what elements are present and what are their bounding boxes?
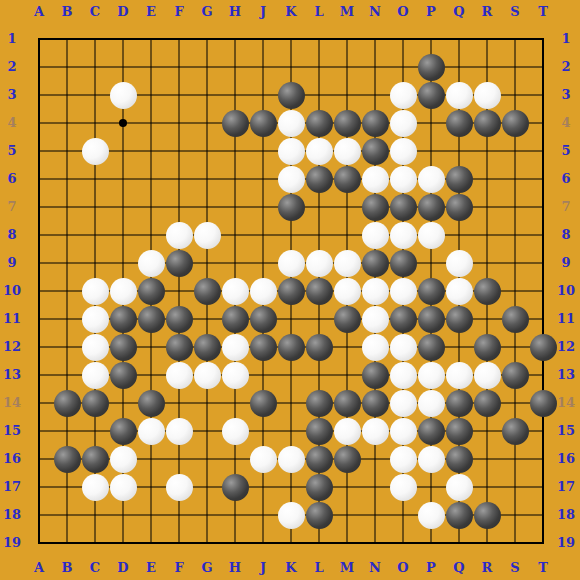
intersection-R13[interactable]: [473, 361, 501, 389]
intersection-B14[interactable]: [53, 389, 81, 417]
intersection-S5[interactable]: [501, 137, 529, 165]
intersection-Q16[interactable]: [445, 445, 473, 473]
intersection-D14[interactable]: [109, 389, 137, 417]
intersection-H15[interactable]: [221, 417, 249, 445]
intersection-P5[interactable]: [417, 137, 445, 165]
intersection-A18[interactable]: [25, 501, 53, 529]
intersection-L8[interactable]: [305, 221, 333, 249]
intersection-M5[interactable]: [333, 137, 361, 165]
intersection-B10[interactable]: [53, 277, 81, 305]
intersection-Q15[interactable]: [445, 417, 473, 445]
intersection-C11[interactable]: [81, 305, 109, 333]
intersection-S19[interactable]: [501, 529, 529, 557]
intersection-B11[interactable]: [53, 305, 81, 333]
intersection-T7[interactable]: [529, 193, 557, 221]
intersection-H7[interactable]: [221, 193, 249, 221]
intersection-B4[interactable]: [53, 109, 81, 137]
intersection-A19[interactable]: [25, 529, 53, 557]
intersection-T2[interactable]: [529, 53, 557, 81]
intersection-J10[interactable]: [249, 277, 277, 305]
intersection-K6[interactable]: [277, 165, 305, 193]
intersection-H6[interactable]: [221, 165, 249, 193]
intersection-R12[interactable]: [473, 333, 501, 361]
intersection-G15[interactable]: [193, 417, 221, 445]
intersection-Q13[interactable]: [445, 361, 473, 389]
intersection-T13[interactable]: [529, 361, 557, 389]
intersection-T4[interactable]: [529, 109, 557, 137]
intersection-J15[interactable]: [249, 417, 277, 445]
intersection-H4[interactable]: [221, 109, 249, 137]
intersection-O17[interactable]: [389, 473, 417, 501]
intersection-N9[interactable]: [361, 249, 389, 277]
intersection-A13[interactable]: [25, 361, 53, 389]
intersection-B12[interactable]: [53, 333, 81, 361]
intersection-F4[interactable]: [165, 109, 193, 137]
intersection-P16[interactable]: [417, 445, 445, 473]
intersection-K9[interactable]: [277, 249, 305, 277]
intersection-J2[interactable]: [249, 53, 277, 81]
intersection-S8[interactable]: [501, 221, 529, 249]
intersection-K7[interactable]: [277, 193, 305, 221]
intersection-S4[interactable]: [501, 109, 529, 137]
intersection-Q14[interactable]: [445, 389, 473, 417]
intersection-Q1[interactable]: [445, 25, 473, 53]
intersection-A9[interactable]: [25, 249, 53, 277]
intersection-G1[interactable]: [193, 25, 221, 53]
intersection-Q12[interactable]: [445, 333, 473, 361]
intersection-R8[interactable]: [473, 221, 501, 249]
intersection-F10[interactable]: [165, 277, 193, 305]
intersection-C4[interactable]: [81, 109, 109, 137]
intersection-J17[interactable]: [249, 473, 277, 501]
intersection-F9[interactable]: [165, 249, 193, 277]
intersection-O3[interactable]: [389, 81, 417, 109]
intersection-P8[interactable]: [417, 221, 445, 249]
intersection-P9[interactable]: [417, 249, 445, 277]
intersection-P2[interactable]: [417, 53, 445, 81]
intersection-F2[interactable]: [165, 53, 193, 81]
intersection-L19[interactable]: [305, 529, 333, 557]
intersection-A12[interactable]: [25, 333, 53, 361]
intersection-R2[interactable]: [473, 53, 501, 81]
intersection-G8[interactable]: [193, 221, 221, 249]
intersection-R19[interactable]: [473, 529, 501, 557]
intersection-L9[interactable]: [305, 249, 333, 277]
intersection-L5[interactable]: [305, 137, 333, 165]
intersection-K8[interactable]: [277, 221, 305, 249]
intersection-M6[interactable]: [333, 165, 361, 193]
intersection-J12[interactable]: [249, 333, 277, 361]
intersection-C13[interactable]: [81, 361, 109, 389]
intersection-F11[interactable]: [165, 305, 193, 333]
intersection-K13[interactable]: [277, 361, 305, 389]
intersection-F6[interactable]: [165, 165, 193, 193]
intersection-S10[interactable]: [501, 277, 529, 305]
intersection-F14[interactable]: [165, 389, 193, 417]
intersection-G5[interactable]: [193, 137, 221, 165]
intersection-F3[interactable]: [165, 81, 193, 109]
intersection-Q11[interactable]: [445, 305, 473, 333]
intersection-B19[interactable]: [53, 529, 81, 557]
intersection-G4[interactable]: [193, 109, 221, 137]
intersection-T15[interactable]: [529, 417, 557, 445]
intersection-D4[interactable]: [109, 109, 137, 137]
intersection-M17[interactable]: [333, 473, 361, 501]
intersection-C8[interactable]: [81, 221, 109, 249]
intersection-F12[interactable]: [165, 333, 193, 361]
intersection-E12[interactable]: [137, 333, 165, 361]
intersection-B5[interactable]: [53, 137, 81, 165]
intersection-D19[interactable]: [109, 529, 137, 557]
intersection-H13[interactable]: [221, 361, 249, 389]
intersection-B9[interactable]: [53, 249, 81, 277]
intersection-C19[interactable]: [81, 529, 109, 557]
intersection-J16[interactable]: [249, 445, 277, 473]
intersection-B6[interactable]: [53, 165, 81, 193]
intersection-M10[interactable]: [333, 277, 361, 305]
intersection-E8[interactable]: [137, 221, 165, 249]
intersection-N7[interactable]: [361, 193, 389, 221]
intersection-T8[interactable]: [529, 221, 557, 249]
intersection-P7[interactable]: [417, 193, 445, 221]
intersection-C3[interactable]: [81, 81, 109, 109]
intersection-B17[interactable]: [53, 473, 81, 501]
intersection-N18[interactable]: [361, 501, 389, 529]
intersection-L7[interactable]: [305, 193, 333, 221]
intersection-O8[interactable]: [389, 221, 417, 249]
intersection-A7[interactable]: [25, 193, 53, 221]
intersection-M14[interactable]: [333, 389, 361, 417]
intersection-B8[interactable]: [53, 221, 81, 249]
intersection-A11[interactable]: [25, 305, 53, 333]
intersection-J9[interactable]: [249, 249, 277, 277]
intersection-J8[interactable]: [249, 221, 277, 249]
intersection-D12[interactable]: [109, 333, 137, 361]
intersection-L18[interactable]: [305, 501, 333, 529]
intersection-B16[interactable]: [53, 445, 81, 473]
intersection-F7[interactable]: [165, 193, 193, 221]
intersection-P3[interactable]: [417, 81, 445, 109]
intersection-N11[interactable]: [361, 305, 389, 333]
intersection-P13[interactable]: [417, 361, 445, 389]
intersection-N19[interactable]: [361, 529, 389, 557]
intersection-D3[interactable]: [109, 81, 137, 109]
intersection-K1[interactable]: [277, 25, 305, 53]
intersection-G13[interactable]: [193, 361, 221, 389]
intersection-Q10[interactable]: [445, 277, 473, 305]
intersection-N10[interactable]: [361, 277, 389, 305]
intersection-L6[interactable]: [305, 165, 333, 193]
intersection-T5[interactable]: [529, 137, 557, 165]
intersection-D15[interactable]: [109, 417, 137, 445]
intersection-K12[interactable]: [277, 333, 305, 361]
intersection-H19[interactable]: [221, 529, 249, 557]
intersection-D13[interactable]: [109, 361, 137, 389]
intersection-J6[interactable]: [249, 165, 277, 193]
intersection-G2[interactable]: [193, 53, 221, 81]
intersection-L11[interactable]: [305, 305, 333, 333]
intersection-S17[interactable]: [501, 473, 529, 501]
intersection-A2[interactable]: [25, 53, 53, 81]
intersection-P17[interactable]: [417, 473, 445, 501]
intersection-B3[interactable]: [53, 81, 81, 109]
intersection-S9[interactable]: [501, 249, 529, 277]
intersection-T18[interactable]: [529, 501, 557, 529]
intersection-Q5[interactable]: [445, 137, 473, 165]
intersection-T19[interactable]: [529, 529, 557, 557]
intersection-O4[interactable]: [389, 109, 417, 137]
intersection-P18[interactable]: [417, 501, 445, 529]
intersection-D1[interactable]: [109, 25, 137, 53]
intersection-E6[interactable]: [137, 165, 165, 193]
intersection-M2[interactable]: [333, 53, 361, 81]
intersection-F5[interactable]: [165, 137, 193, 165]
intersection-O10[interactable]: [389, 277, 417, 305]
intersection-P10[interactable]: [417, 277, 445, 305]
intersection-R18[interactable]: [473, 501, 501, 529]
intersection-S2[interactable]: [501, 53, 529, 81]
intersection-T6[interactable]: [529, 165, 557, 193]
intersection-R9[interactable]: [473, 249, 501, 277]
intersection-H11[interactable]: [221, 305, 249, 333]
intersection-C9[interactable]: [81, 249, 109, 277]
intersection-E15[interactable]: [137, 417, 165, 445]
intersection-G16[interactable]: [193, 445, 221, 473]
intersection-P14[interactable]: [417, 389, 445, 417]
intersection-K15[interactable]: [277, 417, 305, 445]
intersection-Q7[interactable]: [445, 193, 473, 221]
intersection-R10[interactable]: [473, 277, 501, 305]
intersection-A3[interactable]: [25, 81, 53, 109]
intersection-L10[interactable]: [305, 277, 333, 305]
intersection-S7[interactable]: [501, 193, 529, 221]
intersection-T11[interactable]: [529, 305, 557, 333]
intersection-A16[interactable]: [25, 445, 53, 473]
intersection-P12[interactable]: [417, 333, 445, 361]
intersection-O9[interactable]: [389, 249, 417, 277]
intersection-C10[interactable]: [81, 277, 109, 305]
intersection-O19[interactable]: [389, 529, 417, 557]
intersection-P19[interactable]: [417, 529, 445, 557]
intersection-D8[interactable]: [109, 221, 137, 249]
intersection-J18[interactable]: [249, 501, 277, 529]
intersection-L12[interactable]: [305, 333, 333, 361]
intersection-F8[interactable]: [165, 221, 193, 249]
intersection-O7[interactable]: [389, 193, 417, 221]
intersection-K3[interactable]: [277, 81, 305, 109]
intersection-N12[interactable]: [361, 333, 389, 361]
intersection-Q9[interactable]: [445, 249, 473, 277]
intersection-S3[interactable]: [501, 81, 529, 109]
intersection-Q19[interactable]: [445, 529, 473, 557]
intersection-T16[interactable]: [529, 445, 557, 473]
intersection-A17[interactable]: [25, 473, 53, 501]
intersection-L2[interactable]: [305, 53, 333, 81]
intersection-K17[interactable]: [277, 473, 305, 501]
intersection-Q3[interactable]: [445, 81, 473, 109]
intersection-K11[interactable]: [277, 305, 305, 333]
intersection-E3[interactable]: [137, 81, 165, 109]
intersection-N15[interactable]: [361, 417, 389, 445]
intersection-G7[interactable]: [193, 193, 221, 221]
intersection-F13[interactable]: [165, 361, 193, 389]
intersection-G6[interactable]: [193, 165, 221, 193]
intersection-S16[interactable]: [501, 445, 529, 473]
intersection-B2[interactable]: [53, 53, 81, 81]
intersection-S15[interactable]: [501, 417, 529, 445]
intersection-C14[interactable]: [81, 389, 109, 417]
intersection-M7[interactable]: [333, 193, 361, 221]
intersection-J11[interactable]: [249, 305, 277, 333]
intersection-O16[interactable]: [389, 445, 417, 473]
intersection-M9[interactable]: [333, 249, 361, 277]
intersection-A8[interactable]: [25, 221, 53, 249]
intersection-F15[interactable]: [165, 417, 193, 445]
intersection-O14[interactable]: [389, 389, 417, 417]
intersection-B13[interactable]: [53, 361, 81, 389]
intersection-O6[interactable]: [389, 165, 417, 193]
intersection-B18[interactable]: [53, 501, 81, 529]
intersection-L4[interactable]: [305, 109, 333, 137]
intersection-D7[interactable]: [109, 193, 137, 221]
intersection-C5[interactable]: [81, 137, 109, 165]
intersection-J14[interactable]: [249, 389, 277, 417]
intersection-O5[interactable]: [389, 137, 417, 165]
intersection-M19[interactable]: [333, 529, 361, 557]
intersection-H5[interactable]: [221, 137, 249, 165]
intersection-J3[interactable]: [249, 81, 277, 109]
intersection-N2[interactable]: [361, 53, 389, 81]
intersection-N5[interactable]: [361, 137, 389, 165]
intersection-R5[interactable]: [473, 137, 501, 165]
intersection-N8[interactable]: [361, 221, 389, 249]
intersection-H8[interactable]: [221, 221, 249, 249]
intersection-N16[interactable]: [361, 445, 389, 473]
intersection-L1[interactable]: [305, 25, 333, 53]
intersection-G11[interactable]: [193, 305, 221, 333]
intersection-B1[interactable]: [53, 25, 81, 53]
intersection-L13[interactable]: [305, 361, 333, 389]
intersection-L3[interactable]: [305, 81, 333, 109]
intersection-M13[interactable]: [333, 361, 361, 389]
intersection-G17[interactable]: [193, 473, 221, 501]
intersection-J1[interactable]: [249, 25, 277, 53]
intersection-J5[interactable]: [249, 137, 277, 165]
intersection-C17[interactable]: [81, 473, 109, 501]
intersection-Q8[interactable]: [445, 221, 473, 249]
intersection-R4[interactable]: [473, 109, 501, 137]
intersection-M11[interactable]: [333, 305, 361, 333]
intersection-R7[interactable]: [473, 193, 501, 221]
intersection-D2[interactable]: [109, 53, 137, 81]
intersection-P1[interactable]: [417, 25, 445, 53]
intersection-M12[interactable]: [333, 333, 361, 361]
intersection-J19[interactable]: [249, 529, 277, 557]
intersection-E10[interactable]: [137, 277, 165, 305]
intersection-G18[interactable]: [193, 501, 221, 529]
intersection-A1[interactable]: [25, 25, 53, 53]
intersection-C6[interactable]: [81, 165, 109, 193]
intersection-Q18[interactable]: [445, 501, 473, 529]
intersection-M1[interactable]: [333, 25, 361, 53]
intersection-J4[interactable]: [249, 109, 277, 137]
intersection-O11[interactable]: [389, 305, 417, 333]
intersection-M18[interactable]: [333, 501, 361, 529]
intersection-H1[interactable]: [221, 25, 249, 53]
intersection-E2[interactable]: [137, 53, 165, 81]
intersection-S12[interactable]: [501, 333, 529, 361]
intersection-G12[interactable]: [193, 333, 221, 361]
intersection-F19[interactable]: [165, 529, 193, 557]
intersection-D5[interactable]: [109, 137, 137, 165]
intersection-K5[interactable]: [277, 137, 305, 165]
intersection-M15[interactable]: [333, 417, 361, 445]
intersection-Q6[interactable]: [445, 165, 473, 193]
intersection-D6[interactable]: [109, 165, 137, 193]
intersection-Q4[interactable]: [445, 109, 473, 137]
intersection-L15[interactable]: [305, 417, 333, 445]
intersection-S1[interactable]: [501, 25, 529, 53]
intersection-N6[interactable]: [361, 165, 389, 193]
intersection-D16[interactable]: [109, 445, 137, 473]
intersection-O13[interactable]: [389, 361, 417, 389]
intersection-L14[interactable]: [305, 389, 333, 417]
intersection-A6[interactable]: [25, 165, 53, 193]
intersection-F1[interactable]: [165, 25, 193, 53]
intersection-T12[interactable]: [529, 333, 557, 361]
intersection-P6[interactable]: [417, 165, 445, 193]
intersection-H14[interactable]: [221, 389, 249, 417]
intersection-C18[interactable]: [81, 501, 109, 529]
intersection-A15[interactable]: [25, 417, 53, 445]
intersection-E4[interactable]: [137, 109, 165, 137]
intersection-P15[interactable]: [417, 417, 445, 445]
intersection-R6[interactable]: [473, 165, 501, 193]
intersection-L16[interactable]: [305, 445, 333, 473]
intersection-G19[interactable]: [193, 529, 221, 557]
intersection-E14[interactable]: [137, 389, 165, 417]
intersection-N4[interactable]: [361, 109, 389, 137]
intersection-H12[interactable]: [221, 333, 249, 361]
intersection-A4[interactable]: [25, 109, 53, 137]
intersection-S13[interactable]: [501, 361, 529, 389]
intersection-K18[interactable]: [277, 501, 305, 529]
intersection-K2[interactable]: [277, 53, 305, 81]
intersection-D9[interactable]: [109, 249, 137, 277]
intersection-M4[interactable]: [333, 109, 361, 137]
intersection-K14[interactable]: [277, 389, 305, 417]
intersection-S18[interactable]: [501, 501, 529, 529]
intersection-A5[interactable]: [25, 137, 53, 165]
intersection-E17[interactable]: [137, 473, 165, 501]
intersection-G10[interactable]: [193, 277, 221, 305]
intersection-P4[interactable]: [417, 109, 445, 137]
intersection-M16[interactable]: [333, 445, 361, 473]
intersection-C1[interactable]: [81, 25, 109, 53]
intersection-E11[interactable]: [137, 305, 165, 333]
intersection-K19[interactable]: [277, 529, 305, 557]
intersection-K4[interactable]: [277, 109, 305, 137]
intersection-N3[interactable]: [361, 81, 389, 109]
intersection-Q17[interactable]: [445, 473, 473, 501]
intersection-G14[interactable]: [193, 389, 221, 417]
intersection-H16[interactable]: [221, 445, 249, 473]
intersection-F18[interactable]: [165, 501, 193, 529]
intersection-G3[interactable]: [193, 81, 221, 109]
intersection-O15[interactable]: [389, 417, 417, 445]
intersection-E5[interactable]: [137, 137, 165, 165]
intersection-O12[interactable]: [389, 333, 417, 361]
